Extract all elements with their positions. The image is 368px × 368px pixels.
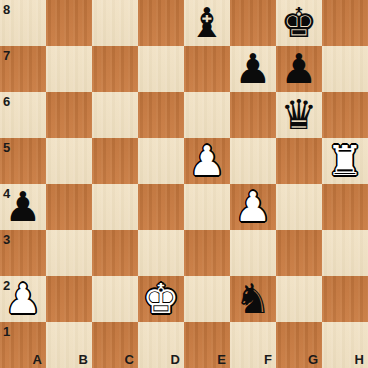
square-e5[interactable]: ♟ [184,138,230,184]
square-g1[interactable]: G [276,322,322,368]
file-label-f: F [264,353,272,366]
square-e1[interactable]: E [184,322,230,368]
square-c4[interactable] [92,184,138,230]
piece-black-bishop-e8[interactable]: ♝ [189,0,226,46]
square-g2[interactable] [276,276,322,322]
square-b3[interactable] [46,230,92,276]
rank-label-8: 8 [3,3,10,16]
square-f4[interactable]: ♟ [230,184,276,230]
square-d8[interactable] [138,0,184,46]
file-label-c: C [125,353,134,366]
chess-board: 8♝♚7♟♟6♛5♟♜4♟♟32♟♚♞1ABCDEFGH [0,0,368,368]
square-h7[interactable] [322,46,368,92]
square-a4[interactable]: 4♟ [0,184,46,230]
square-b6[interactable] [46,92,92,138]
square-b8[interactable] [46,0,92,46]
file-label-d: D [171,353,180,366]
square-b7[interactable] [46,46,92,92]
piece-black-pawn-a4[interactable]: ♟ [5,184,42,230]
square-h8[interactable] [322,0,368,46]
square-h6[interactable] [322,92,368,138]
square-h2[interactable] [322,276,368,322]
square-g4[interactable] [276,184,322,230]
square-e8[interactable]: ♝ [184,0,230,46]
square-d7[interactable] [138,46,184,92]
square-f3[interactable] [230,230,276,276]
square-f7[interactable]: ♟ [230,46,276,92]
square-e3[interactable] [184,230,230,276]
square-c2[interactable] [92,276,138,322]
square-b2[interactable] [46,276,92,322]
piece-white-pawn-e5[interactable]: ♟ [189,138,226,184]
piece-white-rook-h5[interactable]: ♜ [327,138,364,184]
square-h5[interactable]: ♜ [322,138,368,184]
square-c1[interactable]: C [92,322,138,368]
piece-black-pawn-f7[interactable]: ♟ [235,46,272,92]
square-c6[interactable] [92,92,138,138]
square-c8[interactable] [92,0,138,46]
piece-white-king-d2[interactable]: ♚ [143,276,180,322]
square-e7[interactable] [184,46,230,92]
square-f8[interactable] [230,0,276,46]
square-f5[interactable] [230,138,276,184]
square-h1[interactable]: H [322,322,368,368]
piece-black-queen-g6[interactable]: ♛ [281,92,318,138]
piece-white-pawn-a2[interactable]: ♟ [5,276,42,322]
square-d3[interactable] [138,230,184,276]
square-a7[interactable]: 7 [0,46,46,92]
square-g3[interactable] [276,230,322,276]
rank-label-1: 1 [3,325,10,338]
file-label-a: A [33,353,42,366]
square-c7[interactable] [92,46,138,92]
file-label-b: B [79,353,88,366]
piece-white-pawn-f4[interactable]: ♟ [235,184,272,230]
rank-label-5: 5 [3,141,10,154]
rank-label-3: 3 [3,233,10,246]
square-b5[interactable] [46,138,92,184]
square-a6[interactable]: 6 [0,92,46,138]
rank-label-6: 6 [3,95,10,108]
square-c5[interactable] [92,138,138,184]
square-h4[interactable] [322,184,368,230]
piece-black-pawn-g7[interactable]: ♟ [281,46,318,92]
square-d5[interactable] [138,138,184,184]
square-g7[interactable]: ♟ [276,46,322,92]
square-b4[interactable] [46,184,92,230]
piece-black-king-g8[interactable]: ♚ [281,0,318,46]
square-e2[interactable] [184,276,230,322]
square-b1[interactable]: B [46,322,92,368]
square-a3[interactable]: 3 [0,230,46,276]
square-g8[interactable]: ♚ [276,0,322,46]
square-d4[interactable] [138,184,184,230]
square-d2[interactable]: ♚ [138,276,184,322]
square-g5[interactable] [276,138,322,184]
square-h3[interactable] [322,230,368,276]
file-label-h: H [355,353,364,366]
square-a5[interactable]: 5 [0,138,46,184]
rank-label-7: 7 [3,49,10,62]
square-f1[interactable]: F [230,322,276,368]
square-f6[interactable] [230,92,276,138]
square-f2[interactable]: ♞ [230,276,276,322]
square-a1[interactable]: 1A [0,322,46,368]
piece-black-knight-f2[interactable]: ♞ [235,276,272,322]
square-a8[interactable]: 8 [0,0,46,46]
square-e4[interactable] [184,184,230,230]
file-label-e: E [217,353,226,366]
square-e6[interactable] [184,92,230,138]
square-d6[interactable] [138,92,184,138]
file-label-g: G [308,353,318,366]
square-c3[interactable] [92,230,138,276]
square-d1[interactable]: D [138,322,184,368]
square-g6[interactable]: ♛ [276,92,322,138]
square-a2[interactable]: 2♟ [0,276,46,322]
